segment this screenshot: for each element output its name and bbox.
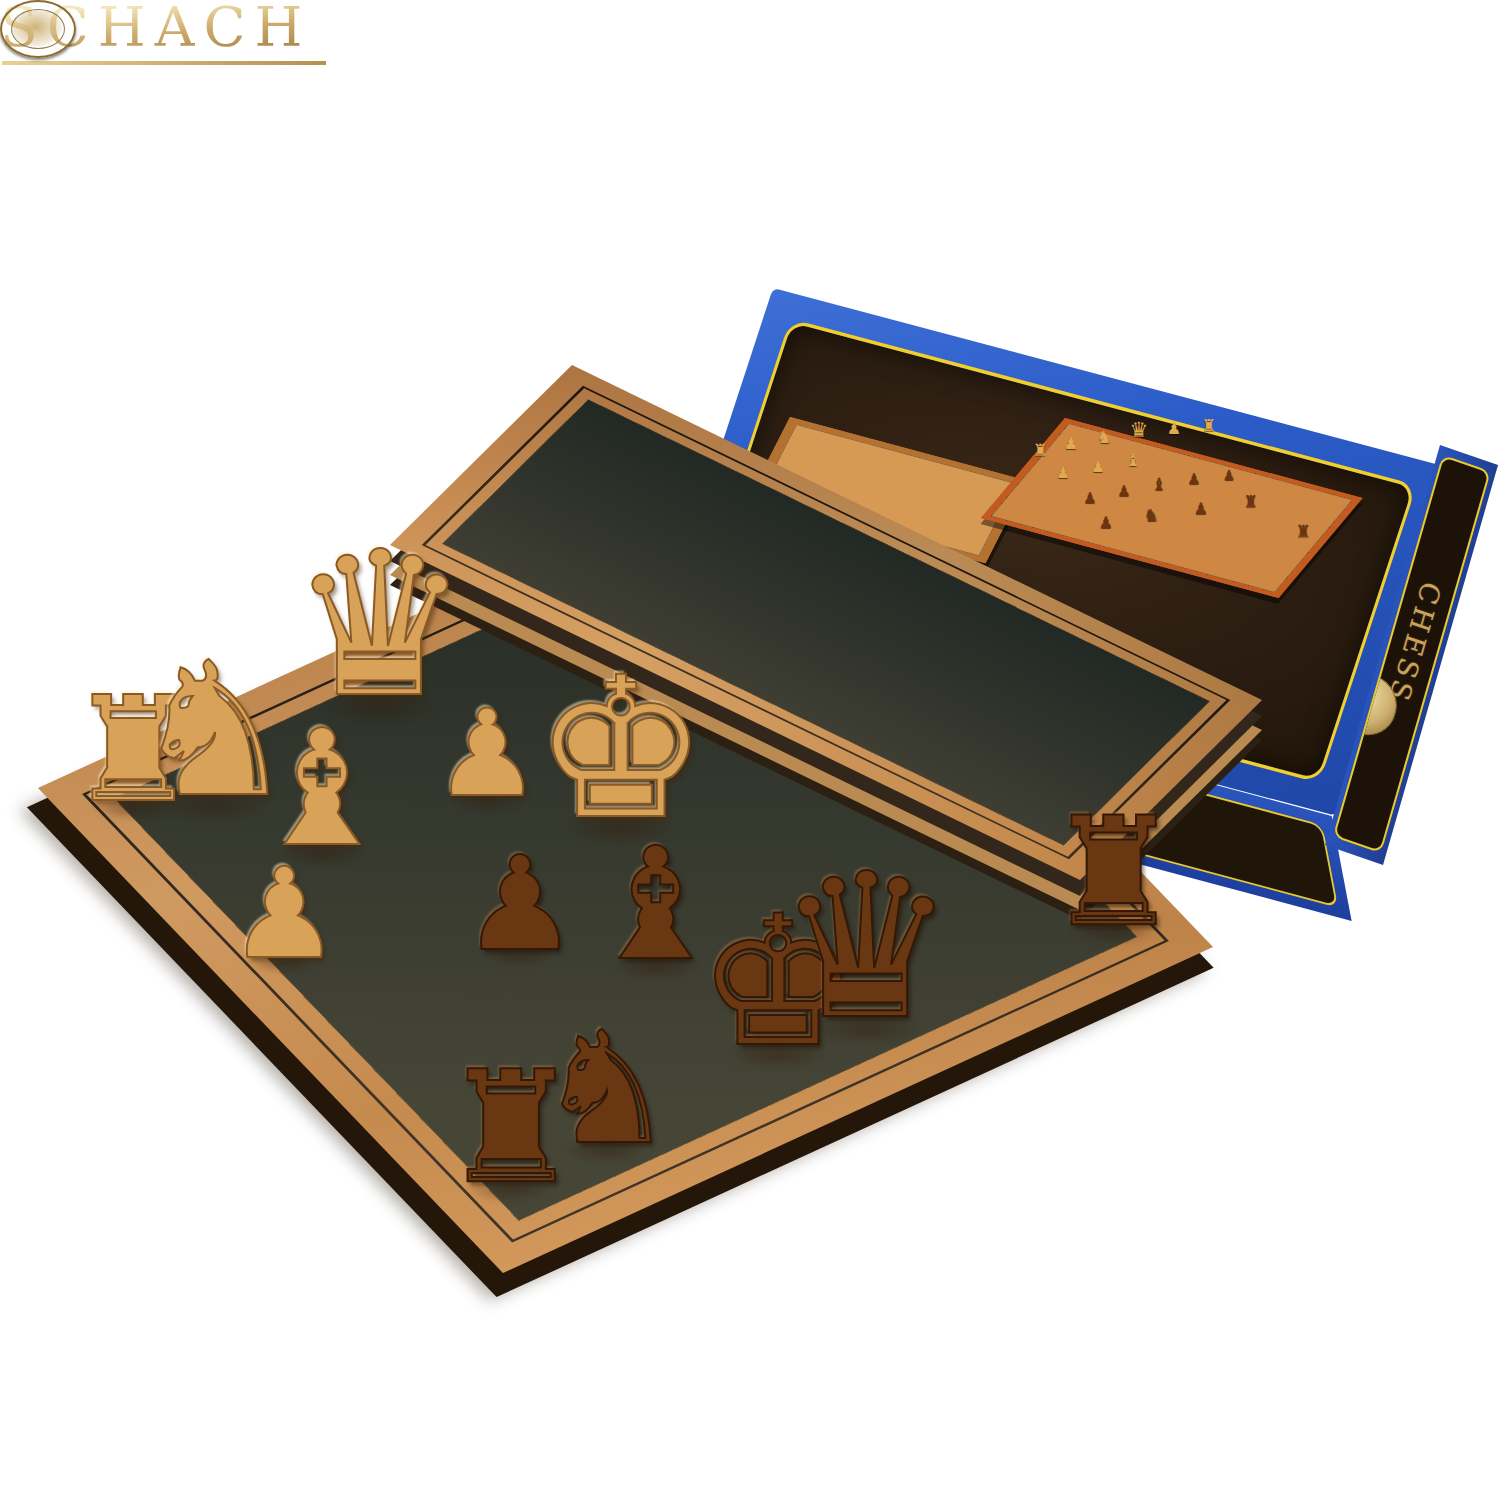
box-art-light-pawn: ♟ <box>1064 436 1078 452</box>
dark-rook-h1: ♜ <box>442 1050 581 1205</box>
dark-pawn-e3: ♟ <box>462 839 579 969</box>
box-art-dark-pawn: ♟ <box>1194 501 1208 517</box>
box-art-light-queen: ♛ <box>1130 420 1149 441</box>
box-art-light-pawn: ♟ <box>1167 421 1181 437</box>
box-art-light-pawn: ♟ <box>1056 466 1069 481</box>
box-art-dark-rook: ♜ <box>1244 494 1258 510</box>
box-art-light-rook: ♜ <box>1202 418 1216 434</box>
box-art-dark-pawn: ♟ <box>1083 491 1096 506</box>
dark-queen-h5: ♛ <box>776 847 955 1047</box>
gold-seal-medallion-icon <box>0 0 76 58</box>
light-pawn-c4: ♟ <box>433 695 541 815</box>
box-art-dark-pawn: ♟ <box>1099 515 1113 531</box>
box-art-dark-knight: ♞ <box>1143 507 1158 524</box>
box-art-dark-pawn: ♟ <box>1223 468 1236 482</box>
box-art-light-rook: ♜ <box>1032 442 1047 459</box>
box-art-dark-pawn: ♟ <box>1187 472 1200 487</box>
box-art-light-bishop: ♝ <box>1125 452 1140 469</box>
box-art-light-pawn: ♟ <box>1091 460 1104 475</box>
dark-rook-h8: ♜ <box>1046 797 1180 947</box>
box-art-dark-pawn: ♟ <box>1117 484 1130 499</box>
box-art-dark-rook: ♜ <box>1295 523 1310 540</box>
product-photo-stage: ♞ CHESS SCHACH ♜♟♞♛♟♜♟♟♝♟♟♝♟♟♟♞♟♜♜ <box>0 0 1500 1500</box>
box-art-light-knight: ♞ <box>1096 429 1111 446</box>
box-art-dark-bishop: ♝ <box>1151 476 1166 493</box>
light-pawn-d1: ♟ <box>228 851 340 976</box>
